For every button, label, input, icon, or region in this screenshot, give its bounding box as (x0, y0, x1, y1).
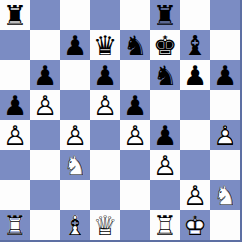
square-e2[interactable] (120, 180, 150, 210)
square-e7[interactable]: ♞ (120, 30, 150, 60)
white-pawn-icon[interactable]: ♟♙ (90, 90, 120, 120)
square-d6[interactable]: ♟ (90, 60, 120, 90)
square-b4[interactable] (30, 120, 60, 150)
square-e4[interactable]: ♟♙ (120, 120, 150, 150)
square-d1[interactable]: ♛♕ (90, 210, 120, 240)
white-bishop-icon[interactable]: ♝♗ (60, 210, 90, 240)
piece-outline-layer: ♙ (30, 90, 60, 120)
white-pawn-icon[interactable]: ♟♙ (150, 150, 180, 180)
white-pawn-icon[interactable]: ♟♙ (60, 120, 90, 150)
square-c6[interactable] (60, 60, 90, 90)
piece-glyph: ♞ (150, 60, 180, 90)
square-c2[interactable] (60, 180, 90, 210)
piece-outline-layer: ♙ (60, 120, 90, 150)
square-c7[interactable]: ♟ (60, 30, 90, 60)
piece-outline-layer: ♕ (90, 210, 120, 240)
black-pawn-icon[interactable]: ♟ (210, 60, 240, 90)
chess-board: ♜♜♟♛♞♚♝♟♟♞♟♟♟♟♙♟♙♟♟♙♟♙♟♙♟♟♙♞♘♟♙♟♙♞♘♜♖♝♗♛… (0, 0, 242, 242)
square-c5[interactable] (60, 90, 90, 120)
piece-outline-layer: ♙ (150, 150, 180, 180)
square-f3[interactable]: ♟♙ (150, 150, 180, 180)
piece-glyph: ♟ (30, 60, 60, 90)
square-b8[interactable] (30, 0, 60, 30)
black-pawn-icon[interactable]: ♟ (30, 60, 60, 90)
black-knight-icon[interactable]: ♞ (150, 60, 180, 90)
square-a8[interactable]: ♜ (0, 0, 30, 30)
square-f8[interactable]: ♜ (150, 0, 180, 30)
piece-glyph: ♟ (120, 90, 150, 120)
square-g3[interactable] (180, 150, 210, 180)
square-c3[interactable]: ♞♘ (60, 150, 90, 180)
piece-glyph: ♜ (150, 0, 180, 30)
square-f7[interactable]: ♚ (150, 30, 180, 60)
square-f4[interactable]: ♟ (150, 120, 180, 150)
square-e5[interactable]: ♟ (120, 90, 150, 120)
square-g7[interactable]: ♝ (180, 30, 210, 60)
square-c8[interactable] (60, 0, 90, 30)
black-rook-icon[interactable]: ♜ (150, 0, 180, 30)
black-queen-icon[interactable]: ♛ (90, 30, 120, 60)
square-g4[interactable] (180, 120, 210, 150)
square-d8[interactable] (90, 0, 120, 30)
piece-glyph: ♟ (150, 120, 180, 150)
square-d4[interactable] (90, 120, 120, 150)
piece-glyph: ♟ (90, 60, 120, 90)
piece-glyph: ♛ (90, 30, 120, 60)
black-king-icon[interactable]: ♚ (150, 30, 180, 60)
square-h3[interactable] (210, 150, 240, 180)
white-pawn-icon[interactable]: ♟♙ (0, 120, 30, 150)
square-f1[interactable]: ♜♖ (150, 210, 180, 240)
square-d2[interactable] (90, 180, 120, 210)
square-b3[interactable] (30, 150, 60, 180)
square-e3[interactable] (120, 150, 150, 180)
square-g6[interactable]: ♟ (180, 60, 210, 90)
black-pawn-icon[interactable]: ♟ (90, 60, 120, 90)
piece-outline-layer: ♙ (180, 180, 210, 210)
white-queen-icon[interactable]: ♛♕ (90, 210, 120, 240)
square-e1[interactable] (120, 210, 150, 240)
square-h5[interactable] (210, 90, 240, 120)
piece-outline-layer: ♖ (0, 210, 30, 240)
square-h1[interactable] (210, 210, 240, 240)
white-pawn-icon[interactable]: ♟♙ (120, 120, 150, 150)
white-knight-icon[interactable]: ♞♘ (60, 150, 90, 180)
square-e8[interactable] (120, 0, 150, 30)
piece-glyph: ♟ (180, 60, 210, 90)
square-d7[interactable]: ♛ (90, 30, 120, 60)
black-knight-icon[interactable]: ♞ (120, 30, 150, 60)
piece-outline-layer: ♖ (150, 210, 180, 240)
square-a3[interactable] (0, 150, 30, 180)
square-b2[interactable] (30, 180, 60, 210)
square-c4[interactable]: ♟♙ (60, 120, 90, 150)
white-pawn-icon[interactable]: ♟♙ (30, 90, 60, 120)
piece-outline-layer: ♘ (210, 180, 240, 210)
white-rook-icon[interactable]: ♜♖ (0, 210, 30, 240)
square-h6[interactable]: ♟ (210, 60, 240, 90)
square-a5[interactable]: ♟ (0, 90, 30, 120)
square-a6[interactable] (0, 60, 30, 90)
square-h2[interactable]: ♞♘ (210, 180, 240, 210)
black-pawn-icon[interactable]: ♟ (180, 60, 210, 90)
piece-outline-layer: ♔ (180, 210, 210, 240)
square-g2[interactable]: ♟♙ (180, 180, 210, 210)
piece-outline-layer: ♙ (90, 90, 120, 120)
square-b6[interactable]: ♟ (30, 60, 60, 90)
square-d3[interactable] (90, 150, 120, 180)
black-pawn-icon[interactable]: ♟ (150, 120, 180, 150)
piece-outline-layer: ♙ (210, 120, 240, 150)
white-pawn-icon[interactable]: ♟♙ (180, 180, 210, 210)
piece-glyph: ♟ (210, 60, 240, 90)
piece-glyph: ♝ (180, 30, 210, 60)
square-g1[interactable]: ♚♔ (180, 210, 210, 240)
black-pawn-icon[interactable]: ♟ (0, 90, 30, 120)
white-rook-icon[interactable]: ♜♖ (150, 210, 180, 240)
white-pawn-icon[interactable]: ♟♙ (210, 120, 240, 150)
black-pawn-icon[interactable]: ♟ (120, 90, 150, 120)
piece-glyph: ♟ (0, 90, 30, 120)
piece-glyph: ♜ (0, 0, 30, 30)
square-f6[interactable]: ♞ (150, 60, 180, 90)
piece-outline-layer: ♙ (120, 120, 150, 150)
square-b5[interactable]: ♟♙ (30, 90, 60, 120)
square-a1[interactable]: ♜♖ (0, 210, 30, 240)
square-b1[interactable] (30, 210, 60, 240)
square-f2[interactable] (150, 180, 180, 210)
square-f5[interactable] (150, 90, 180, 120)
square-b7[interactable] (30, 30, 60, 60)
piece-glyph: ♚ (150, 30, 180, 60)
black-pawn-icon[interactable]: ♟ (60, 30, 90, 60)
square-h8[interactable] (210, 0, 240, 30)
square-g8[interactable] (180, 0, 210, 30)
white-knight-icon[interactable]: ♞♘ (210, 180, 240, 210)
piece-outline-layer: ♙ (0, 120, 30, 150)
square-h4[interactable]: ♟♙ (210, 120, 240, 150)
piece-outline-layer: ♗ (60, 210, 90, 240)
white-king-icon[interactable]: ♚♔ (180, 210, 210, 240)
square-d5[interactable]: ♟♙ (90, 90, 120, 120)
black-bishop-icon[interactable]: ♝ (180, 30, 210, 60)
square-a7[interactable] (0, 30, 30, 60)
square-g5[interactable] (180, 90, 210, 120)
square-a2[interactable] (0, 180, 30, 210)
square-h7[interactable] (210, 30, 240, 60)
piece-glyph: ♟ (60, 30, 90, 60)
piece-outline-layer: ♘ (60, 150, 90, 180)
square-c1[interactable]: ♝♗ (60, 210, 90, 240)
piece-glyph: ♞ (120, 30, 150, 60)
square-e6[interactable] (120, 60, 150, 90)
square-a4[interactable]: ♟♙ (0, 120, 30, 150)
black-rook-icon[interactable]: ♜ (0, 0, 30, 30)
